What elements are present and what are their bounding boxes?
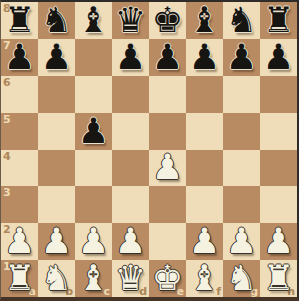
square-f1[interactable]: f♝ (186, 260, 223, 297)
rank-label-5: 5 (3, 113, 11, 126)
piece-black-pawn[interactable]: ♟ (1, 39, 38, 76)
square-a8[interactable]: 8♜ (1, 2, 38, 39)
square-g2[interactable]: ♟ (223, 223, 260, 260)
square-b2[interactable]: ♟ (38, 223, 75, 260)
piece-black-knight[interactable]: ♞ (38, 2, 75, 39)
rank-label-3: 3 (3, 186, 11, 199)
square-b3[interactable] (38, 186, 75, 223)
square-f7[interactable]: ♟ (186, 39, 223, 76)
square-a7[interactable]: 7♟ (1, 39, 38, 76)
piece-black-pawn[interactable]: ♟ (38, 39, 75, 76)
rank-label-4: 4 (3, 150, 11, 163)
piece-white-king[interactable]: ♚ (149, 260, 186, 297)
square-c6[interactable] (75, 76, 112, 113)
chess-board: 8♜♞♝♛♚♝♞♜7♟♟♟♟♟♟♟65♟4♟32♟♟♟♟♟♟♟1a♜b♞c♝d♛… (0, 0, 299, 301)
square-b7[interactable]: ♟ (38, 39, 75, 76)
square-a5[interactable]: 5 (1, 113, 38, 150)
piece-black-pawn[interactable]: ♟ (260, 39, 297, 76)
square-c7[interactable] (75, 39, 112, 76)
square-c4[interactable] (75, 150, 112, 187)
piece-white-queen[interactable]: ♛ (112, 260, 149, 297)
square-h3[interactable] (260, 186, 297, 223)
piece-white-knight[interactable]: ♞ (223, 260, 260, 297)
square-h5[interactable] (260, 113, 297, 150)
square-d2[interactable]: ♟ (112, 223, 149, 260)
square-g8[interactable]: ♞ (223, 2, 260, 39)
piece-black-knight[interactable]: ♞ (223, 2, 260, 39)
piece-black-rook[interactable]: ♜ (260, 2, 297, 39)
square-c3[interactable] (75, 186, 112, 223)
piece-white-rook[interactable]: ♜ (1, 260, 38, 297)
square-d4[interactable] (112, 150, 149, 187)
piece-black-bishop[interactable]: ♝ (186, 2, 223, 39)
rank-label-6: 6 (3, 76, 11, 89)
piece-black-bishop[interactable]: ♝ (75, 2, 112, 39)
square-g7[interactable]: ♟ (223, 39, 260, 76)
square-e1[interactable]: e♚ (149, 260, 186, 297)
square-a2[interactable]: 2♟ (1, 223, 38, 260)
square-f3[interactable] (186, 186, 223, 223)
square-e7[interactable]: ♟ (149, 39, 186, 76)
square-f4[interactable] (186, 150, 223, 187)
square-b6[interactable] (38, 76, 75, 113)
square-d1[interactable]: d♛ (112, 260, 149, 297)
piece-black-pawn[interactable]: ♟ (75, 113, 112, 150)
square-e4[interactable]: ♟ (149, 150, 186, 187)
square-a4[interactable]: 4 (1, 150, 38, 187)
square-g4[interactable] (223, 150, 260, 187)
piece-black-queen[interactable]: ♛ (112, 2, 149, 39)
square-h7[interactable]: ♟ (260, 39, 297, 76)
piece-black-pawn[interactable]: ♟ (223, 39, 260, 76)
piece-black-pawn[interactable]: ♟ (149, 39, 186, 76)
square-a6[interactable]: 6 (1, 76, 38, 113)
square-h2[interactable]: ♟ (260, 223, 297, 260)
piece-white-bishop[interactable]: ♝ (75, 260, 112, 297)
square-d7[interactable]: ♟ (112, 39, 149, 76)
page-background: 8♜♞♝♛♚♝♞♜7♟♟♟♟♟♟♟65♟4♟32♟♟♟♟♟♟♟1a♜b♞c♝d♛… (0, 0, 302, 301)
square-h4[interactable] (260, 150, 297, 187)
square-e6[interactable] (149, 76, 186, 113)
square-g5[interactable] (223, 113, 260, 150)
square-f6[interactable] (186, 76, 223, 113)
square-d3[interactable] (112, 186, 149, 223)
square-b4[interactable] (38, 150, 75, 187)
square-c5[interactable]: ♟ (75, 113, 112, 150)
piece-black-pawn[interactable]: ♟ (186, 39, 223, 76)
square-d8[interactable]: ♛ (112, 2, 149, 39)
piece-black-king[interactable]: ♚ (149, 2, 186, 39)
piece-white-pawn[interactable]: ♟ (1, 223, 38, 260)
square-f8[interactable]: ♝ (186, 2, 223, 39)
piece-white-knight[interactable]: ♞ (38, 260, 75, 297)
piece-black-rook[interactable]: ♜ (1, 2, 38, 39)
piece-white-pawn[interactable]: ♟ (223, 223, 260, 260)
square-a1[interactable]: 1a♜ (1, 260, 38, 297)
square-e8[interactable]: ♚ (149, 2, 186, 39)
square-h6[interactable] (260, 76, 297, 113)
square-b5[interactable] (38, 113, 75, 150)
square-e5[interactable] (149, 113, 186, 150)
square-g1[interactable]: g♞ (223, 260, 260, 297)
square-f2[interactable]: ♟ (186, 223, 223, 260)
square-c8[interactable]: ♝ (75, 2, 112, 39)
piece-white-rook[interactable]: ♜ (260, 260, 297, 297)
square-e3[interactable] (149, 186, 186, 223)
piece-white-pawn[interactable]: ♟ (149, 150, 186, 187)
piece-white-pawn[interactable]: ♟ (112, 223, 149, 260)
square-e2[interactable] (149, 223, 186, 260)
square-h1[interactable]: h♜ (260, 260, 297, 297)
square-d6[interactable] (112, 76, 149, 113)
square-c1[interactable]: c♝ (75, 260, 112, 297)
square-d5[interactable] (112, 113, 149, 150)
square-g6[interactable] (223, 76, 260, 113)
square-g3[interactable] (223, 186, 260, 223)
piece-white-pawn[interactable]: ♟ (186, 223, 223, 260)
piece-white-pawn[interactable]: ♟ (260, 223, 297, 260)
square-c2[interactable]: ♟ (75, 223, 112, 260)
piece-white-pawn[interactable]: ♟ (38, 223, 75, 260)
square-a3[interactable]: 3 (1, 186, 38, 223)
square-b1[interactable]: b♞ (38, 260, 75, 297)
piece-black-pawn[interactable]: ♟ (112, 39, 149, 76)
square-f5[interactable] (186, 113, 223, 150)
piece-white-bishop[interactable]: ♝ (186, 260, 223, 297)
piece-white-pawn[interactable]: ♟ (75, 223, 112, 260)
square-b8[interactable]: ♞ (38, 2, 75, 39)
square-h8[interactable]: ♜ (260, 2, 297, 39)
